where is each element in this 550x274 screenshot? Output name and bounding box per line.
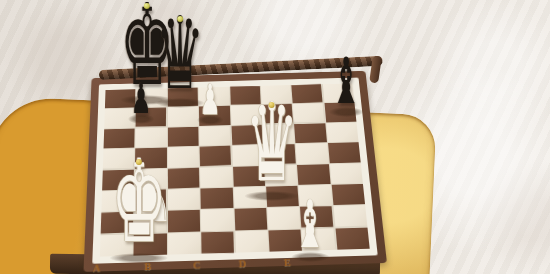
square-a2 bbox=[101, 212, 134, 234]
board-grid bbox=[100, 83, 370, 256]
square-d1 bbox=[201, 231, 234, 253]
square-e7 bbox=[230, 105, 261, 125]
square-e3 bbox=[233, 187, 266, 208]
square-f7 bbox=[262, 104, 294, 124]
square-b7 bbox=[136, 108, 167, 128]
square-a7 bbox=[104, 109, 135, 129]
square-f2 bbox=[267, 207, 301, 229]
square-a5 bbox=[103, 149, 135, 169]
square-b3 bbox=[135, 189, 167, 211]
square-c7 bbox=[168, 107, 199, 127]
square-h8 bbox=[323, 83, 355, 102]
square-e5 bbox=[232, 145, 264, 166]
square-c8 bbox=[168, 88, 198, 107]
file-label-b: B bbox=[144, 262, 151, 272]
square-e6 bbox=[231, 125, 263, 145]
square-d5 bbox=[200, 146, 232, 167]
square-a1 bbox=[100, 234, 133, 257]
square-g7 bbox=[293, 104, 325, 123]
square-g5 bbox=[296, 143, 329, 164]
square-c6 bbox=[168, 127, 199, 147]
square-b8 bbox=[136, 88, 166, 107]
square-h2 bbox=[333, 205, 367, 227]
square-g2 bbox=[300, 206, 334, 228]
file-label-d: D bbox=[238, 259, 246, 269]
square-h1 bbox=[335, 227, 370, 249]
square-b2 bbox=[134, 211, 167, 233]
square-h6 bbox=[326, 122, 359, 142]
file-label-c: C bbox=[193, 261, 201, 271]
square-b1 bbox=[134, 233, 167, 256]
square-b4 bbox=[135, 168, 167, 189]
board-rim bbox=[92, 78, 377, 264]
square-h7 bbox=[324, 103, 356, 123]
square-c2 bbox=[168, 210, 201, 232]
square-g8 bbox=[292, 84, 324, 103]
square-b6 bbox=[136, 127, 167, 147]
square-d7 bbox=[199, 106, 230, 126]
square-c4 bbox=[168, 167, 200, 188]
square-a4 bbox=[102, 169, 134, 190]
square-a8 bbox=[105, 89, 136, 108]
chess-board: A B C D E bbox=[83, 71, 387, 272]
square-h5 bbox=[328, 142, 361, 163]
square-f4 bbox=[265, 165, 298, 186]
square-e8 bbox=[230, 86, 261, 105]
square-g4 bbox=[297, 164, 330, 185]
square-a3 bbox=[101, 190, 134, 212]
square-d2 bbox=[201, 209, 234, 231]
square-f5 bbox=[264, 144, 296, 164]
square-d3 bbox=[201, 188, 233, 210]
square-e4 bbox=[233, 166, 265, 187]
file-label-a: A bbox=[93, 263, 101, 273]
square-g6 bbox=[294, 123, 326, 143]
square-a6 bbox=[104, 128, 135, 148]
square-c5 bbox=[168, 147, 199, 168]
file-label-e: E bbox=[284, 258, 292, 268]
square-e1 bbox=[235, 230, 269, 253]
square-f6 bbox=[263, 124, 295, 144]
square-h4 bbox=[330, 163, 363, 184]
square-d6 bbox=[199, 126, 230, 146]
chess-cake-photo: A B C D E ♚ ♛ ♟ ♝ ♟ ♛ ♞ ♚ bbox=[0, 0, 550, 274]
square-f8 bbox=[261, 85, 292, 104]
square-g1 bbox=[302, 228, 336, 251]
square-d8 bbox=[199, 87, 230, 106]
black-queen-tip bbox=[177, 16, 183, 22]
square-g3 bbox=[299, 185, 332, 206]
square-f1 bbox=[268, 229, 302, 251]
square-f3 bbox=[266, 186, 299, 207]
square-h3 bbox=[331, 184, 365, 205]
square-e2 bbox=[234, 208, 267, 230]
square-c1 bbox=[168, 232, 201, 255]
square-d4 bbox=[200, 166, 232, 187]
board-frame: A B C D E bbox=[83, 71, 387, 272]
square-c3 bbox=[168, 188, 200, 210]
square-b5 bbox=[135, 148, 166, 169]
black-king-tip bbox=[144, 3, 150, 9]
